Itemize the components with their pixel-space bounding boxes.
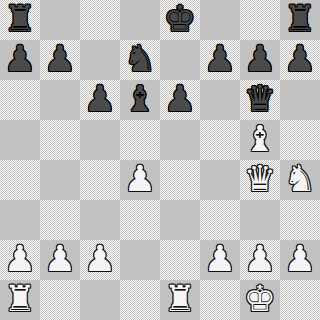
square-c2[interactable]: ♟: [80, 240, 120, 280]
square-e3[interactable]: [160, 200, 200, 240]
square-h3[interactable]: [280, 200, 320, 240]
square-g6[interactable]: ♛: [240, 80, 280, 120]
square-g5[interactable]: ♝: [240, 120, 280, 160]
square-d2[interactable]: [120, 240, 160, 280]
square-c3[interactable]: [80, 200, 120, 240]
white-bishop-piece: ♝: [244, 120, 276, 159]
square-g7[interactable]: ♟: [240, 40, 280, 80]
white-pawn-piece: ♟: [204, 240, 236, 279]
square-e5[interactable]: [160, 120, 200, 160]
square-d5[interactable]: [120, 120, 160, 160]
square-h1[interactable]: [280, 280, 320, 320]
square-d7[interactable]: ♞: [120, 40, 160, 80]
square-h8[interactable]: ♜: [280, 0, 320, 40]
square-a8[interactable]: ♜: [0, 0, 40, 40]
black-pawn-piece: ♟: [244, 40, 276, 79]
black-king-piece: ♚: [164, 0, 196, 39]
square-d8[interactable]: [120, 0, 160, 40]
square-g1[interactable]: ♚: [240, 280, 280, 320]
square-c7[interactable]: [80, 40, 120, 80]
square-h6[interactable]: [280, 80, 320, 120]
square-e8[interactable]: ♚: [160, 0, 200, 40]
black-pawn-piece: ♟: [4, 40, 36, 79]
square-e2[interactable]: [160, 240, 200, 280]
square-d1[interactable]: [120, 280, 160, 320]
white-pawn-piece: ♟: [284, 240, 316, 279]
white-queen-piece: ♛: [244, 160, 276, 199]
white-rook-piece: ♜: [4, 280, 36, 319]
square-f6[interactable]: [200, 80, 240, 120]
square-h2[interactable]: ♟: [280, 240, 320, 280]
black-rook-piece: ♜: [4, 0, 36, 39]
white-rook-piece: ♜: [164, 280, 196, 319]
black-pawn-piece: ♟: [44, 40, 76, 79]
square-f4[interactable]: [200, 160, 240, 200]
square-a3[interactable]: [0, 200, 40, 240]
square-b3[interactable]: [40, 200, 80, 240]
square-h4[interactable]: ♞: [280, 160, 320, 200]
square-e4[interactable]: [160, 160, 200, 200]
black-knight-piece: ♞: [124, 40, 156, 79]
black-queen-piece: ♛: [244, 80, 276, 119]
square-f7[interactable]: ♟: [200, 40, 240, 80]
square-g3[interactable]: [240, 200, 280, 240]
square-h5[interactable]: [280, 120, 320, 160]
square-a5[interactable]: [0, 120, 40, 160]
black-pawn-piece: ♟: [164, 80, 196, 119]
square-g4[interactable]: ♛: [240, 160, 280, 200]
white-pawn-piece: ♟: [4, 240, 36, 279]
square-b7[interactable]: ♟: [40, 40, 80, 80]
square-b5[interactable]: [40, 120, 80, 160]
square-c6[interactable]: ♟: [80, 80, 120, 120]
chess-board: ♜♚♜♟♟♞♟♟♟♟♝♟♛♝♟♛♞♟♟♟♟♟♟♜♜♚: [0, 0, 320, 320]
black-rook-piece: ♜: [284, 0, 316, 39]
square-b6[interactable]: [40, 80, 80, 120]
square-d3[interactable]: [120, 200, 160, 240]
square-e1[interactable]: ♜: [160, 280, 200, 320]
black-pawn-piece: ♟: [204, 40, 236, 79]
square-h7[interactable]: ♟: [280, 40, 320, 80]
square-g8[interactable]: [240, 0, 280, 40]
square-b4[interactable]: [40, 160, 80, 200]
square-a2[interactable]: ♟: [0, 240, 40, 280]
square-d6[interactable]: ♝: [120, 80, 160, 120]
square-b8[interactable]: [40, 0, 80, 40]
square-a4[interactable]: [0, 160, 40, 200]
white-pawn-piece: ♟: [44, 240, 76, 279]
square-a6[interactable]: [0, 80, 40, 120]
square-a7[interactable]: ♟: [0, 40, 40, 80]
square-a1[interactable]: ♜: [0, 280, 40, 320]
square-f1[interactable]: [200, 280, 240, 320]
square-g2[interactable]: ♟: [240, 240, 280, 280]
white-knight-piece: ♞: [284, 160, 316, 199]
square-c1[interactable]: [80, 280, 120, 320]
square-e6[interactable]: ♟: [160, 80, 200, 120]
white-king-piece: ♚: [244, 280, 276, 319]
white-pawn-piece: ♟: [84, 240, 116, 279]
black-pawn-piece: ♟: [284, 40, 316, 79]
square-b2[interactable]: ♟: [40, 240, 80, 280]
white-pawn-piece: ♟: [244, 240, 276, 279]
square-d4[interactable]: ♟: [120, 160, 160, 200]
square-f2[interactable]: ♟: [200, 240, 240, 280]
square-f3[interactable]: [200, 200, 240, 240]
square-b1[interactable]: [40, 280, 80, 320]
square-e7[interactable]: [160, 40, 200, 80]
black-bishop-piece: ♝: [124, 80, 156, 119]
black-pawn-piece: ♟: [84, 80, 116, 119]
square-c4[interactable]: [80, 160, 120, 200]
square-c5[interactable]: [80, 120, 120, 160]
square-c8[interactable]: [80, 0, 120, 40]
square-f5[interactable]: [200, 120, 240, 160]
white-pawn-piece: ♟: [124, 160, 156, 199]
square-f8[interactable]: [200, 0, 240, 40]
